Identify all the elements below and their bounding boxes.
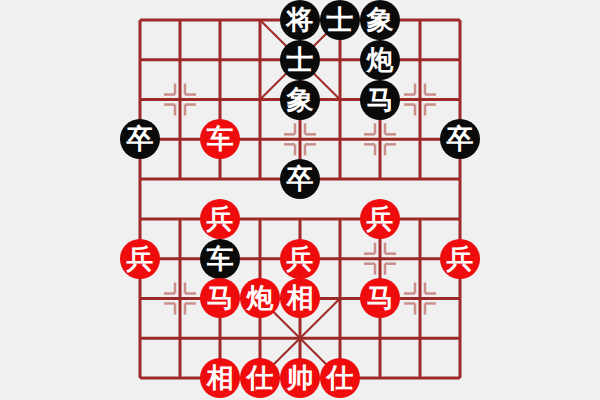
piece-red-advisor[interactable]: 仕 [240, 358, 280, 398]
piece-black-chariot[interactable]: 车 [200, 239, 240, 279]
piece-red-soldier[interactable]: 兵 [360, 199, 400, 239]
piece-black-advisor[interactable]: 士 [280, 40, 320, 80]
piece-black-soldier[interactable]: 卒 [280, 159, 320, 199]
xiangqi-board-screen: 将士象士炮象马卒车卒卒兵兵兵车兵兵马炮相马相仕帅仕 [0, 0, 600, 400]
piece-red-soldier[interactable]: 兵 [200, 199, 240, 239]
piece-red-horse[interactable]: 马 [200, 278, 240, 318]
piece-red-advisor[interactable]: 仕 [320, 358, 360, 398]
piece-black-soldier[interactable]: 卒 [120, 119, 160, 159]
piece-red-elephant[interactable]: 相 [200, 358, 240, 398]
piece-black-advisor[interactable]: 士 [320, 0, 360, 40]
piece-black-general[interactable]: 将 [280, 0, 320, 40]
piece-black-elephant[interactable]: 象 [280, 80, 320, 120]
piece-red-soldier[interactable]: 兵 [440, 239, 480, 279]
piece-red-elephant[interactable]: 相 [280, 278, 320, 318]
piece-red-chariot[interactable]: 车 [200, 119, 240, 159]
piece-red-horse[interactable]: 马 [360, 278, 400, 318]
piece-black-soldier[interactable]: 卒 [440, 119, 480, 159]
piece-red-cannon[interactable]: 炮 [240, 278, 280, 318]
piece-red-general[interactable]: 帅 [280, 358, 320, 398]
piece-red-soldier[interactable]: 兵 [120, 239, 160, 279]
piece-black-horse[interactable]: 马 [360, 80, 400, 120]
piece-black-cannon[interactable]: 炮 [360, 40, 400, 80]
pieces-layer: 将士象士炮象马卒车卒卒兵兵兵车兵兵马炮相马相仕帅仕 [0, 0, 600, 400]
piece-red-soldier[interactable]: 兵 [280, 239, 320, 279]
piece-black-elephant[interactable]: 象 [360, 0, 400, 40]
